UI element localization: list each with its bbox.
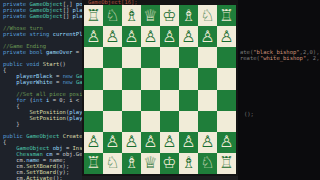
code-editor-left-panel[interactable]: private GameObject[,] positions;private … [0,0,82,180]
square-c7[interactable]: ♙ [122,26,141,47]
piece-white-b-f1: ♗ [181,155,195,171]
square-h1[interactable]: ♖ [217,153,236,174]
piece-black-q-d8: ♕ [143,7,157,23]
code-editor-right-panel[interactable]: ate("black_bishop",2,0), Createreate("wh… [238,0,320,180]
code-line: private string currentPlayer [3,31,82,37]
piece-white-r-h1: ♖ [219,155,233,171]
square-f3[interactable] [179,111,198,132]
square-c2[interactable]: ♙ [122,132,141,153]
square-g4[interactable] [198,90,217,111]
square-f8[interactable]: ♗ [179,5,198,26]
square-a2[interactable]: ♙ [84,132,103,153]
square-b7[interactable]: ♙ [103,26,122,47]
square-g1[interactable]: ♘ [198,153,217,174]
code-line: playerWhite = new GameObject[16]; [3,79,82,85]
square-a8[interactable]: ♖ [84,5,103,26]
square-g3[interactable] [198,111,217,132]
square-g7[interactable]: ♙ [198,26,217,47]
square-f4[interactable] [179,90,198,111]
square-f5[interactable] [179,68,198,89]
square-g2[interactable]: ♙ [198,132,217,153]
square-e8[interactable]: ♔ [160,5,179,26]
square-h4[interactable] [217,90,236,111]
piece-black-p-f7: ♙ [181,28,195,44]
square-e3[interactable] [160,111,179,132]
square-b4[interactable] [103,90,122,111]
piece-black-b-f8: ♗ [181,7,195,23]
piece-black-k-e8: ♔ [162,7,176,23]
square-d6[interactable] [141,47,160,68]
square-f1[interactable]: ♗ [179,153,198,174]
square-d7[interactable]: ♙ [141,26,160,47]
square-c1[interactable]: ♗ [122,153,141,174]
code-line: public GameObject Create( [3,133,82,139]
square-a4[interactable] [84,90,103,111]
square-g6[interactable] [198,47,217,68]
piece-black-p-c7: ♙ [124,28,138,44]
square-e4[interactable] [160,90,179,111]
piece-white-q-d1: ♕ [143,155,157,171]
piece-black-b-c8: ♗ [124,7,138,23]
square-c6[interactable] [122,47,141,68]
square-b6[interactable] [103,47,122,68]
square-f2[interactable]: ♙ [179,132,198,153]
square-f6[interactable] [179,47,198,68]
piece-black-p-e7: ♙ [162,28,176,44]
piece-white-p-e2: ♙ [162,134,176,150]
square-h5[interactable] [217,68,236,89]
square-e7[interactable]: ♙ [160,26,179,47]
square-c3[interactable] [122,111,141,132]
square-h7[interactable]: ♙ [217,26,236,47]
square-a6[interactable] [84,47,103,68]
piece-white-n-g1: ♘ [200,155,214,171]
code-line: cm.Activate(); [3,175,82,180]
square-a3[interactable] [84,111,103,132]
piece-white-p-f2: ♙ [181,134,195,150]
square-c8[interactable]: ♗ [122,5,141,26]
piece-black-n-g8: ♘ [200,7,214,23]
square-a1[interactable]: ♖ [84,153,103,174]
piece-white-p-a2: ♙ [86,134,100,150]
right-code-lines: ate("black_bishop",2,0), Createreate("wh… [240,49,320,61]
piece-black-r-h8: ♖ [219,7,233,23]
square-d2[interactable]: ♙ [141,132,160,153]
square-d3[interactable] [141,111,160,132]
piece-white-p-d2: ♙ [143,134,157,150]
square-d8[interactable]: ♕ [141,5,160,26]
piece-black-p-h7: ♙ [219,28,233,44]
piece-black-p-g7: ♙ [200,28,214,44]
square-e5[interactable] [160,68,179,89]
square-g8[interactable]: ♘ [198,5,217,26]
right-code-footer: (); [244,111,254,117]
code-line: private bool gameOver = false; [3,49,82,55]
piece-black-p-b7: ♙ [105,28,119,44]
square-h2[interactable]: ♙ [217,132,236,153]
square-h8[interactable]: ♖ [217,5,236,26]
square-d1[interactable]: ♕ [141,153,160,174]
piece-white-k-e1: ♔ [162,155,176,171]
square-c5[interactable] [122,68,141,89]
code-line: private GameObject[] playerWhite; [3,13,82,19]
chess-board: ♖♘♗♕♔♗♘♖♙♙♙♙♙♙♙♙♙♙♙♙♙♙♙♙♖♘♗♕♔♗♘♖ [84,5,236,174]
square-b5[interactable] [103,68,122,89]
piece-black-p-d7: ♙ [143,28,157,44]
piece-white-r-a1: ♖ [86,155,100,171]
piece-white-p-h2: ♙ [219,134,233,150]
square-e2[interactable]: ♙ [160,132,179,153]
square-b1[interactable]: ♘ [103,153,122,174]
square-d5[interactable] [141,68,160,89]
square-f7[interactable]: ♙ [179,26,198,47]
square-b2[interactable]: ♙ [103,132,122,153]
piece-black-n-b8: ♘ [105,7,119,23]
square-e6[interactable] [160,47,179,68]
piece-white-n-b1: ♘ [105,155,119,171]
square-h6[interactable] [217,47,236,68]
square-a5[interactable] [84,68,103,89]
square-h3[interactable] [217,111,236,132]
piece-white-p-b2: ♙ [105,134,119,150]
square-e1[interactable]: ♔ [160,153,179,174]
unity-chess-tutorial-frame: private GameObject[,] positions;private … [0,0,320,180]
code-line: reate("white_bishop", 2, 7), D [240,55,320,61]
piece-black-r-a8: ♖ [86,7,100,23]
piece-black-p-a7: ♙ [86,28,100,44]
square-b8[interactable]: ♘ [103,5,122,26]
piece-white-b-c1: ♗ [124,155,138,171]
square-d4[interactable] [141,90,160,111]
window-bottom-bar [82,176,238,180]
square-c4[interactable] [122,90,141,111]
square-g5[interactable] [198,68,217,89]
square-b3[interactable] [103,111,122,132]
square-a7[interactable]: ♙ [84,26,103,47]
piece-white-p-c2: ♙ [124,134,138,150]
piece-white-p-g2: ♙ [200,134,214,150]
